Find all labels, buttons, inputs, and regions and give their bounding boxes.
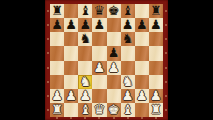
frame-dot: [56, 117, 58, 119]
square-d5[interactable]: [92, 46, 106, 60]
black-bishop-f8[interactable]: ♝: [122, 4, 134, 18]
square-g7[interactable]: ♟: [135, 18, 149, 32]
frame-dot: [127, 117, 129, 119]
frame-dot: [165, 52, 167, 54]
frame-dot: [47, 24, 49, 26]
frame-dot: [165, 24, 167, 26]
white-queen-d1[interactable]: ♛: [94, 103, 106, 117]
frame-dot: [155, 117, 157, 119]
black-pawn-d7[interactable]: ♟: [94, 18, 106, 32]
black-bishop-c8[interactable]: ♝: [79, 4, 91, 18]
black-pawn-e5[interactable]: ♟: [108, 46, 120, 60]
square-c2[interactable]: ♟: [78, 89, 92, 103]
square-e7[interactable]: [107, 18, 121, 32]
square-a6[interactable]: [50, 32, 64, 46]
square-h2[interactable]: ♟: [149, 89, 163, 103]
square-g3[interactable]: [135, 75, 149, 89]
square-d1[interactable]: ♛: [92, 103, 106, 117]
black-pawn-a7[interactable]: ♟: [51, 18, 63, 32]
white-pawn-f2[interactable]: ♟: [122, 89, 134, 103]
frame-dot: [47, 52, 49, 54]
square-c8[interactable]: ♝: [78, 4, 92, 18]
square-f6[interactable]: ♞: [121, 32, 135, 46]
black-pawn-g7[interactable]: ♟: [136, 18, 148, 32]
frame-dot: [113, 117, 115, 119]
square-c7[interactable]: ♟: [78, 18, 92, 32]
frame-dot: [141, 117, 143, 119]
square-h8[interactable]: ♜: [149, 4, 163, 18]
square-b2[interactable]: ♟: [64, 89, 78, 103]
frame-dot: [165, 95, 167, 97]
white-rook-a1[interactable]: ♜: [51, 103, 63, 117]
black-king-e8[interactable]: ♚: [108, 4, 120, 18]
square-f1[interactable]: ♝: [121, 103, 135, 117]
square-e3[interactable]: [107, 75, 121, 89]
square-a4[interactable]: [50, 61, 64, 75]
square-e6[interactable]: [107, 32, 121, 46]
square-h3[interactable]: [149, 75, 163, 89]
square-a2[interactable]: ♟: [50, 89, 64, 103]
square-f3[interactable]: ♞: [121, 75, 135, 89]
square-a3[interactable]: [50, 75, 64, 89]
frame-dot: [165, 81, 167, 83]
square-c1[interactable]: ♝: [78, 103, 92, 117]
square-e2[interactable]: [107, 89, 121, 103]
frame-dot: [47, 81, 49, 83]
square-h7[interactable]: ♟: [149, 18, 163, 32]
square-b4[interactable]: [64, 61, 78, 75]
white-pawn-d4[interactable]: ♟: [94, 61, 106, 75]
square-h4[interactable]: [149, 61, 163, 75]
square-d6[interactable]: [92, 32, 106, 46]
square-g4[interactable]: [135, 61, 149, 75]
black-knight-f6[interactable]: ♞: [122, 32, 134, 46]
square-e1[interactable]: ♚: [107, 103, 121, 117]
white-pawn-e4[interactable]: ♟: [108, 61, 120, 75]
square-a8[interactable]: ♜: [50, 4, 64, 18]
square-e8[interactable]: ♚: [107, 4, 121, 18]
black-pawn-b7[interactable]: ♟: [65, 18, 77, 32]
black-knight-c6[interactable]: ♞: [79, 32, 91, 46]
square-a1[interactable]: ♜: [50, 103, 64, 117]
frame-dot: [47, 95, 49, 97]
white-bishop-f1[interactable]: ♝: [122, 103, 134, 117]
square-g5[interactable]: [135, 46, 149, 60]
square-c6[interactable]: ♞: [78, 32, 92, 46]
white-bishop-c1[interactable]: ♝: [79, 103, 91, 117]
square-b8[interactable]: [64, 4, 78, 18]
square-e5[interactable]: ♟: [107, 46, 121, 60]
square-b5[interactable]: [64, 46, 78, 60]
black-pawn-f7[interactable]: ♟: [122, 18, 134, 32]
square-d7[interactable]: ♟: [92, 18, 106, 32]
frame-dot: [165, 10, 167, 12]
frame-dot: [47, 38, 49, 40]
frame-dot: [165, 67, 167, 69]
square-g8[interactable]: [135, 4, 149, 18]
square-g1[interactable]: [135, 103, 149, 117]
square-a5[interactable]: [50, 46, 64, 60]
frame-dot: [84, 117, 86, 119]
chess-board-grid[interactable]: ♜♝♛♚♝♜♟♟♟♟♟♟♟♞♞♟♟♟♞♞♟♟♟♟♟♟♜♝♛♚♝♜: [50, 4, 163, 117]
square-b6[interactable]: [64, 32, 78, 46]
black-rook-h8[interactable]: ♜: [150, 4, 162, 18]
frame-dot: [70, 117, 72, 119]
white-pawn-c2[interactable]: ♟: [79, 89, 91, 103]
white-rook-h1[interactable]: ♜: [150, 103, 162, 117]
square-e4[interactable]: ♟: [107, 61, 121, 75]
square-f8[interactable]: ♝: [121, 4, 135, 18]
square-d4[interactable]: ♟: [92, 61, 106, 75]
white-pawn-b2[interactable]: ♟: [65, 89, 77, 103]
frame-dot: [47, 109, 49, 111]
square-g6[interactable]: [135, 32, 149, 46]
white-pawn-a2[interactable]: ♟: [51, 89, 63, 103]
square-b1[interactable]: [64, 103, 78, 117]
square-f5[interactable]: [121, 46, 135, 60]
square-d8[interactable]: ♛: [92, 4, 106, 18]
square-h1[interactable]: ♜: [149, 103, 163, 117]
square-c3[interactable]: ♞: [78, 75, 92, 89]
square-b3[interactable]: [64, 75, 78, 89]
square-d3[interactable]: [92, 75, 106, 89]
frame-dot: [47, 67, 49, 69]
square-g2[interactable]: ♟: [135, 89, 149, 103]
square-f7[interactable]: ♟: [121, 18, 135, 32]
square-f2[interactable]: ♟: [121, 89, 135, 103]
frame-dot: [98, 117, 100, 119]
black-pawn-h7[interactable]: ♟: [150, 18, 162, 32]
white-pawn-h2[interactable]: ♟: [150, 89, 162, 103]
white-king-e1[interactable]: ♚: [108, 103, 120, 117]
screenshot-stage: ♜♝♛♚♝♜♟♟♟♟♟♟♟♞♞♟♟♟♞♞♟♟♟♟♟♟♜♝♛♚♝♜: [0, 0, 213, 120]
black-queen-d8[interactable]: ♛: [94, 4, 106, 18]
black-rook-a8[interactable]: ♜: [51, 4, 63, 18]
frame-dot: [165, 109, 167, 111]
frame-dot: [165, 38, 167, 40]
frame-dot: [47, 10, 49, 12]
square-b7[interactable]: ♟: [64, 18, 78, 32]
white-pawn-g2[interactable]: ♟: [136, 89, 148, 103]
square-h6[interactable]: [149, 32, 163, 46]
black-pawn-c7[interactable]: ♟: [79, 18, 91, 32]
white-knight-c3[interactable]: ♞: [79, 75, 91, 89]
white-knight-f3[interactable]: ♞: [122, 75, 134, 89]
square-c5[interactable]: [78, 46, 92, 60]
square-d2[interactable]: [92, 89, 106, 103]
square-c4[interactable]: [78, 61, 92, 75]
square-a7[interactable]: ♟: [50, 18, 64, 32]
square-f4[interactable]: [121, 61, 135, 75]
square-h5[interactable]: [149, 46, 163, 60]
chess-board-frame: ♜♝♛♚♝♜♟♟♟♟♟♟♟♞♞♟♟♟♞♞♟♟♟♟♟♟♜♝♛♚♝♜: [45, 0, 168, 120]
